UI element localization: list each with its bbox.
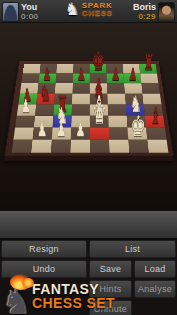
square-e1[interactable] bbox=[90, 139, 110, 152]
black-pawn[interactable]: ♟ bbox=[124, 65, 142, 84]
left-player-avatar[interactable] bbox=[2, 2, 19, 22]
square-f3[interactable] bbox=[108, 115, 127, 127]
banner-line2: CHESS SET bbox=[32, 296, 115, 310]
square-b1[interactable] bbox=[31, 139, 52, 152]
board-tray bbox=[0, 210, 177, 240]
sparkchess-logo: ♞ SPARK CHESS bbox=[65, 1, 113, 18]
resign-button[interactable]: Resign bbox=[1, 240, 87, 258]
white-pawn[interactable]: ♟ bbox=[51, 120, 70, 140]
square-h2[interactable] bbox=[146, 127, 166, 139]
square-f2[interactable] bbox=[108, 127, 128, 139]
square-e8[interactable]: ♚ bbox=[89, 63, 106, 73]
square-f4[interactable] bbox=[107, 104, 126, 115]
square-d5[interactable] bbox=[72, 93, 90, 104]
left-player-name: You bbox=[21, 2, 37, 12]
square-e2[interactable] bbox=[89, 127, 108, 139]
square-g7[interactable]: ♟ bbox=[123, 73, 141, 83]
black-pawn[interactable]: ♟ bbox=[106, 65, 123, 84]
square-b2[interactable]: ♟ bbox=[32, 127, 52, 139]
black-knight[interactable]: ♞ bbox=[35, 81, 53, 105]
square-h7[interactable] bbox=[140, 73, 158, 83]
square-a1[interactable] bbox=[11, 139, 32, 152]
player-bar: You 0:00 ♞ SPARK CHESS Boris 0:29 bbox=[0, 0, 177, 23]
square-h1[interactable] bbox=[147, 139, 168, 152]
white-pawn[interactable]: ♟ bbox=[16, 96, 35, 116]
white-pawn[interactable]: ♟ bbox=[32, 120, 52, 140]
square-g1[interactable] bbox=[128, 139, 149, 152]
chess-board[interactable]: ♚♜♟♟♟♟♟♟♞♞♟♜♝♞♞♛♝♟♟♟♚ bbox=[3, 60, 173, 156]
right-player-avatar[interactable] bbox=[158, 2, 175, 22]
square-a4[interactable]: ♟ bbox=[16, 104, 35, 115]
board-scene: ♚♜♟♟♟♟♟♟♞♞♟♜♝♞♞♛♝♟♟♟♚ bbox=[0, 23, 177, 210]
square-c7[interactable] bbox=[55, 73, 72, 83]
black-pawn[interactable]: ♟ bbox=[72, 65, 89, 84]
square-d2[interactable]: ♟ bbox=[70, 127, 89, 139]
square-f6[interactable] bbox=[107, 83, 125, 93]
square-f1[interactable] bbox=[109, 139, 129, 152]
square-c8[interactable] bbox=[56, 63, 73, 73]
right-player-name: Boris bbox=[133, 2, 156, 12]
banner-line1: FANTASY bbox=[32, 282, 115, 296]
sparkchess-app: You 0:00 ♞ SPARK CHESS Boris 0:29 ♚♜♟♟♟♟… bbox=[0, 0, 177, 315]
square-b4[interactable] bbox=[35, 104, 54, 115]
white-pawn[interactable]: ♟ bbox=[70, 120, 89, 140]
square-b5[interactable]: ♞ bbox=[36, 93, 55, 104]
white-king[interactable]: ♚ bbox=[128, 112, 148, 141]
fantasy-chess-set-banner[interactable]: ♞ FANTASY CHESS SET bbox=[0, 276, 129, 315]
square-f7[interactable]: ♟ bbox=[106, 73, 123, 83]
square-d4[interactable] bbox=[71, 104, 89, 115]
flaming-knight-icon: ♞ bbox=[0, 276, 34, 315]
board-grid: ♚♜♟♟♟♟♟♟♞♞♟♜♝♞♞♛♝♟♟♟♚ bbox=[11, 63, 166, 152]
square-g2[interactable]: ♚ bbox=[127, 127, 147, 139]
black-rook[interactable]: ♜ bbox=[140, 51, 158, 74]
black-bishop[interactable]: ♝ bbox=[145, 103, 165, 128]
load-button[interactable]: Load bbox=[134, 260, 176, 278]
square-f5[interactable] bbox=[107, 93, 125, 104]
logo-knight-icon: ♞ bbox=[65, 1, 80, 18]
list-button[interactable]: List bbox=[89, 240, 176, 258]
square-e3[interactable]: ♛ bbox=[89, 115, 108, 127]
left-player-clock: 0:00 bbox=[21, 12, 39, 21]
black-king[interactable]: ♚ bbox=[89, 48, 106, 74]
square-d7[interactable]: ♟ bbox=[72, 73, 89, 83]
square-d1[interactable] bbox=[70, 139, 90, 152]
analyse-button[interactable]: Analyse bbox=[134, 280, 176, 298]
square-d6[interactable] bbox=[72, 83, 89, 93]
white-queen[interactable]: ♛ bbox=[89, 100, 108, 128]
logo-text-chess: CHESS bbox=[82, 10, 113, 18]
right-player-clock: 0:29 bbox=[138, 12, 156, 21]
square-c2[interactable]: ♟ bbox=[51, 127, 71, 139]
square-a2[interactable] bbox=[13, 127, 33, 139]
square-c1[interactable] bbox=[50, 139, 70, 152]
